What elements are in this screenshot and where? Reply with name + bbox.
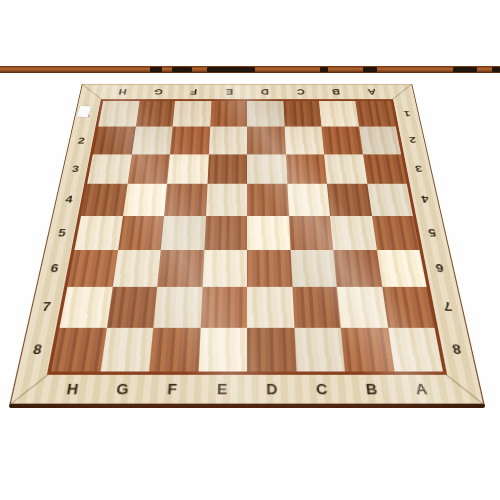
square-g2[interactable] xyxy=(131,127,172,155)
background-object xyxy=(363,67,377,72)
square-d7[interactable] xyxy=(247,287,294,327)
background-object xyxy=(172,67,192,72)
file-label-bottom-c: C xyxy=(296,375,348,404)
square-g6[interactable] xyxy=(112,250,160,287)
file-label-top-b: B xyxy=(317,85,354,100)
square-d8[interactable] xyxy=(247,327,296,371)
background-object xyxy=(207,67,255,72)
square-a4[interactable] xyxy=(367,184,413,216)
square-g5[interactable] xyxy=(118,216,164,250)
square-c8[interactable] xyxy=(294,327,345,371)
square-c6[interactable] xyxy=(290,250,337,287)
background-object xyxy=(453,67,477,72)
square-g7[interactable] xyxy=(106,287,157,327)
square-b3[interactable] xyxy=(324,154,367,184)
frame-miter-bottom-left xyxy=(11,374,48,404)
background-object xyxy=(492,67,500,72)
square-b4[interactable] xyxy=(327,184,372,216)
square-b6[interactable] xyxy=(333,250,381,287)
square-g4[interactable] xyxy=(123,184,168,216)
square-h7[interactable] xyxy=(60,287,113,327)
file-labels-bottom: HGFEDCBA xyxy=(45,375,449,404)
rank-label-right-1: 1 xyxy=(393,101,420,127)
square-d3[interactable] xyxy=(247,154,287,184)
square-f6[interactable] xyxy=(157,250,204,287)
board-perspective-scene: HGFEDCBA HGFEDCBA 12345678 12345678 xyxy=(9,84,485,406)
chess-board: HGFEDCBA HGFEDCBA 12345678 12345678 xyxy=(9,84,485,406)
square-b1[interactable] xyxy=(319,101,359,127)
square-c5[interactable] xyxy=(288,216,333,250)
rank-label-right-3: 3 xyxy=(404,154,434,184)
square-f7[interactable] xyxy=(153,287,202,327)
square-a2[interactable] xyxy=(359,127,402,155)
rank-label-right-4: 4 xyxy=(410,184,441,216)
background-object xyxy=(320,67,328,72)
frame-miter-top-left xyxy=(82,84,101,99)
file-label-top-h: H xyxy=(103,85,141,100)
square-h5[interactable] xyxy=(74,216,122,250)
square-f1[interactable] xyxy=(173,101,211,127)
square-e2[interactable] xyxy=(208,127,247,155)
square-c2[interactable] xyxy=(284,127,324,155)
frame-miter-top-right xyxy=(392,84,411,99)
file-label-bottom-d: D xyxy=(247,375,298,404)
square-f3[interactable] xyxy=(167,154,208,184)
square-e1[interactable] xyxy=(210,101,247,127)
rank-label-right-2: 2 xyxy=(399,127,428,155)
square-b7[interactable] xyxy=(337,287,388,327)
file-label-bottom-e: E xyxy=(196,375,247,404)
square-a1[interactable] xyxy=(355,101,396,127)
file-label-top-a: A xyxy=(353,85,391,100)
square-f5[interactable] xyxy=(161,216,206,250)
square-g8[interactable] xyxy=(100,327,153,371)
square-e3[interactable] xyxy=(207,154,247,184)
square-a7[interactable] xyxy=(382,287,435,327)
squares-grid xyxy=(51,101,443,371)
square-f4[interactable] xyxy=(164,184,207,216)
file-label-bottom-a: A xyxy=(394,375,449,404)
square-a3[interactable] xyxy=(363,154,407,184)
square-d1[interactable] xyxy=(247,101,284,127)
square-e8[interactable] xyxy=(198,327,247,371)
square-d2[interactable] xyxy=(247,127,286,155)
square-e5[interactable] xyxy=(204,216,247,250)
square-a6[interactable] xyxy=(376,250,426,287)
square-h6[interactable] xyxy=(67,250,117,287)
square-h1[interactable] xyxy=(98,101,139,127)
playing-area xyxy=(47,99,447,375)
background-object xyxy=(150,67,162,72)
square-e6[interactable] xyxy=(202,250,247,287)
file-label-top-g: G xyxy=(139,85,176,100)
square-g3[interactable] xyxy=(127,154,170,184)
square-h2[interactable] xyxy=(93,127,136,155)
file-label-top-e: E xyxy=(211,85,247,100)
background-shelf-stripe xyxy=(0,66,500,73)
square-c3[interactable] xyxy=(286,154,327,184)
square-c1[interactable] xyxy=(283,101,321,127)
square-g1[interactable] xyxy=(135,101,175,127)
square-f2[interactable] xyxy=(170,127,210,155)
square-e7[interactable] xyxy=(200,287,247,327)
file-label-top-c: C xyxy=(282,85,319,100)
square-h3[interactable] xyxy=(87,154,131,184)
board-side-edge xyxy=(9,404,485,408)
file-label-top-f: F xyxy=(175,85,212,100)
square-b2[interactable] xyxy=(321,127,362,155)
square-b8[interactable] xyxy=(341,327,394,371)
file-label-bottom-h: H xyxy=(45,375,100,404)
square-f8[interactable] xyxy=(149,327,200,371)
frame-miter-bottom-right xyxy=(446,374,483,404)
file-label-bottom-f: F xyxy=(146,375,198,404)
square-a5[interactable] xyxy=(371,216,419,250)
file-label-bottom-b: B xyxy=(345,375,398,404)
square-d6[interactable] xyxy=(247,250,292,287)
file-label-top-d: D xyxy=(247,85,283,100)
square-e4[interactable] xyxy=(206,184,247,216)
file-label-bottom-g: G xyxy=(95,375,148,404)
square-c7[interactable] xyxy=(292,287,341,327)
square-a8[interactable] xyxy=(388,327,443,371)
square-c4[interactable] xyxy=(287,184,330,216)
file-labels-top: HGFEDCBA xyxy=(103,85,390,100)
square-d4[interactable] xyxy=(247,184,288,216)
square-b5[interactable] xyxy=(330,216,376,250)
rank-label-right-5: 5 xyxy=(416,216,449,250)
square-d5[interactable] xyxy=(247,216,290,250)
square-h8[interactable] xyxy=(51,327,106,371)
square-h4[interactable] xyxy=(81,184,127,216)
